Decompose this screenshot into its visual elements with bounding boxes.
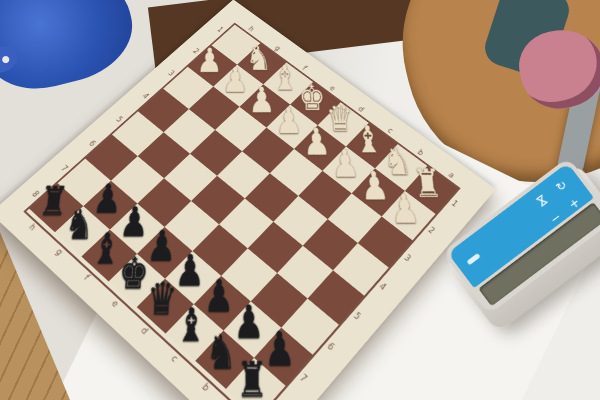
bag-drawstring	[0, 43, 20, 76]
clock-logo-mark	[466, 253, 480, 265]
chess-board: hgfedcba 12345678 ♞♝♚♛♝♞♜♟♟♟♟♟♟♟♟♟♟♟♟♟♟♟…	[66, 22, 424, 380]
vinyl-board-border: hgfedcba 12345678 ♞♝♚♛♝♞♜♟♟♟♟♟♟♟♟♟♟♟♟♟♟♟…	[0, 0, 496, 400]
photo-scene: hgfedcba 12345678 ♞♝♚♛♝♞♜♟♟♟♟♟♟♟♟♟♟♟♟♟♟♟…	[0, 0, 600, 400]
black-rook-a8[interactable]: ♜	[230, 345, 274, 400]
board-grid: ♞♝♚♛♝♞♜♟♟♟♟♟♟♟♟♟♟♟♟♟♟♟♜♞♝♚♛♝♞♜	[23, 23, 460, 400]
